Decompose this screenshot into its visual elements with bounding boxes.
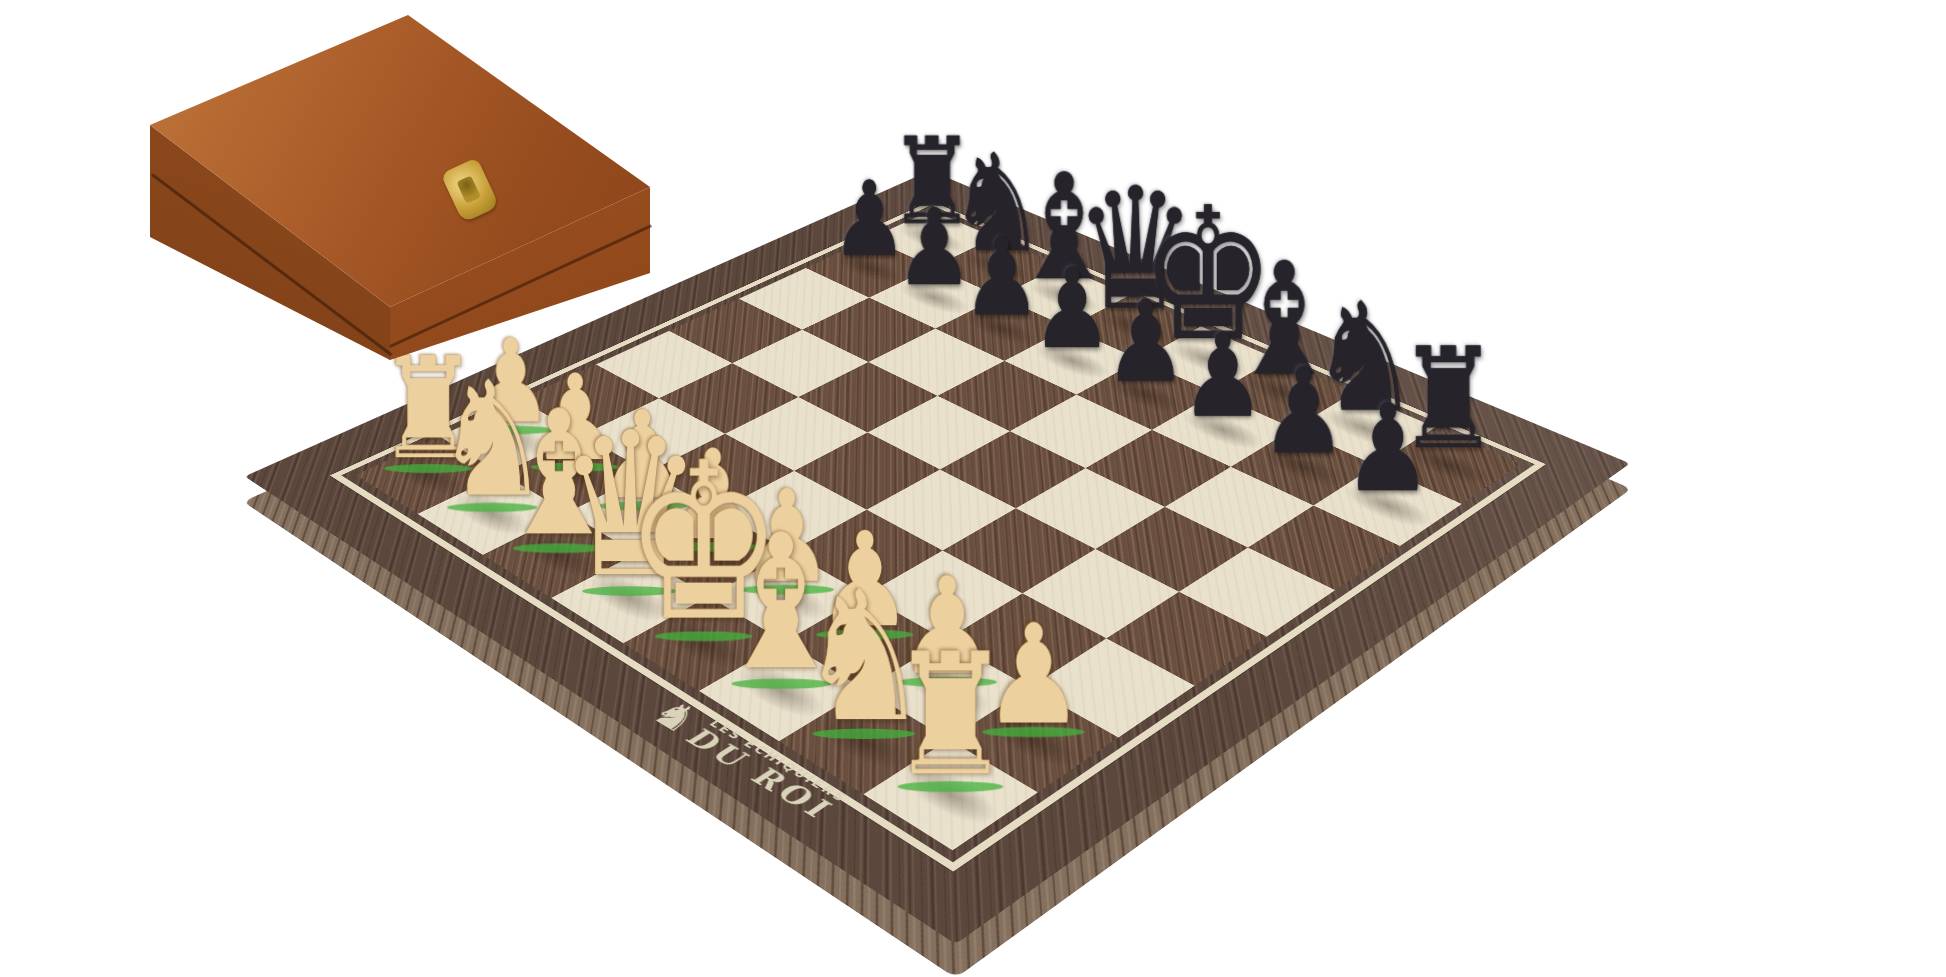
piece-body: ♟ — [1301, 259, 1475, 504]
wooden-storage-box — [150, 15, 650, 360]
product-photo-chess-set: ♞ LES ÉCHIQUIERS DU ROI ♜♞♝♛♚♝♞♜♟♟♟♟♟♟♟♟… — [0, 0, 1946, 977]
piece-body: ♜ — [849, 505, 1053, 793]
